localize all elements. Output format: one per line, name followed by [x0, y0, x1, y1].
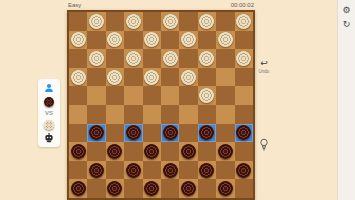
- black-piece[interactable]: [107, 181, 122, 196]
- square-r3c4[interactable]: [124, 49, 142, 68]
- square-r2c9[interactable]: [216, 31, 234, 50]
- square-r7c9[interactable]: [216, 124, 234, 143]
- square-r6c5[interactable]: [143, 105, 161, 124]
- square-r1c7[interactable]: [179, 12, 197, 31]
- game-timer: 00:00:02: [228, 2, 254, 8]
- right-toolbar: ⚙ ↻: [337, 0, 355, 200]
- white-piece[interactable]: [181, 32, 196, 47]
- square-r9c2[interactable]: [87, 161, 105, 180]
- square-r9c8[interactable]: [198, 161, 216, 180]
- square-r1c10[interactable]: [235, 12, 253, 31]
- square-r2c6[interactable]: [161, 31, 179, 50]
- square-r7c1[interactable]: [69, 124, 87, 143]
- black-piece[interactable]: [163, 125, 178, 140]
- square-r4c2[interactable]: [87, 68, 105, 87]
- vs-label: VS: [45, 110, 53, 116]
- square-r1c1[interactable]: [69, 12, 87, 31]
- square-r3c1[interactable]: [69, 49, 87, 68]
- players-panel: VS: [38, 79, 60, 147]
- square-r1c9[interactable]: [216, 12, 234, 31]
- black-piece[interactable]: [199, 163, 214, 178]
- square-r5c5[interactable]: [143, 86, 161, 105]
- square-r4c8[interactable]: [198, 68, 216, 87]
- square-r1c2[interactable]: [87, 12, 105, 31]
- checkers-app: Easy 00:00:02 VS ↩ Undo ⚙: [0, 0, 355, 200]
- square-r8c6[interactable]: [161, 142, 179, 161]
- settings-gear-icon[interactable]: ⚙: [342, 4, 350, 18]
- black-piece[interactable]: [126, 125, 141, 140]
- black-piece[interactable]: [71, 181, 86, 196]
- square-r3c10[interactable]: [235, 49, 253, 68]
- square-r10c9[interactable]: [216, 179, 234, 198]
- square-r8c3[interactable]: [106, 142, 124, 161]
- square-r6c10[interactable]: [235, 105, 253, 124]
- undo-button[interactable]: ↩ Undo: [255, 59, 273, 74]
- square-r7c2[interactable]: [87, 124, 105, 143]
- square-r10c10[interactable]: [235, 179, 253, 198]
- difficulty-label: Easy: [68, 2, 81, 8]
- white-piece[interactable]: [218, 32, 233, 47]
- computer-piece-indicator: [44, 120, 54, 130]
- square-r3c5[interactable]: [143, 49, 161, 68]
- white-piece[interactable]: [89, 14, 104, 29]
- square-r5c7[interactable]: [179, 86, 197, 105]
- square-r2c1[interactable]: [69, 31, 87, 50]
- square-r9c9[interactable]: [216, 161, 234, 180]
- square-r9c10[interactable]: [235, 161, 253, 180]
- square-r6c3[interactable]: [106, 105, 124, 124]
- human-player-icon: [44, 83, 54, 93]
- square-r4c5[interactable]: [143, 68, 161, 87]
- black-piece[interactable]: [218, 144, 233, 159]
- square-r4c9[interactable]: [216, 68, 234, 87]
- white-piece[interactable]: [199, 51, 214, 66]
- square-r1c3[interactable]: [106, 12, 124, 31]
- hint-button[interactable]: [257, 137, 271, 155]
- square-r2c3[interactable]: [106, 31, 124, 50]
- white-piece[interactable]: [236, 51, 251, 66]
- square-r3c7[interactable]: [179, 49, 197, 68]
- board: [67, 10, 255, 200]
- square-r9c6[interactable]: [161, 161, 179, 180]
- square-r4c10[interactable]: [235, 68, 253, 87]
- black-piece[interactable]: [71, 144, 86, 159]
- square-r3c8[interactable]: [198, 49, 216, 68]
- square-r2c5[interactable]: [143, 31, 161, 50]
- white-piece[interactable]: [126, 51, 141, 66]
- white-piece[interactable]: [163, 51, 178, 66]
- square-r1c5[interactable]: [143, 12, 161, 31]
- square-r4c4[interactable]: [124, 68, 142, 87]
- white-piece[interactable]: [89, 51, 104, 66]
- white-piece[interactable]: [144, 70, 159, 85]
- undo-icon: ↩: [255, 59, 273, 68]
- black-piece[interactable]: [144, 144, 159, 159]
- lightbulb-icon: [259, 138, 269, 151]
- square-r7c10[interactable]: [235, 124, 253, 143]
- square-r6c6[interactable]: [161, 105, 179, 124]
- square-r8c7[interactable]: [179, 142, 197, 161]
- square-r4c1[interactable]: [69, 68, 87, 87]
- black-piece[interactable]: [236, 163, 251, 178]
- square-r8c8[interactable]: [198, 142, 216, 161]
- square-r8c9[interactable]: [216, 142, 234, 161]
- square-r5c2[interactable]: [87, 86, 105, 105]
- square-r6c4[interactable]: [124, 105, 142, 124]
- black-piece[interactable]: [199, 125, 214, 140]
- black-piece[interactable]: [89, 163, 104, 178]
- white-piece[interactable]: [181, 70, 196, 85]
- square-r1c6[interactable]: [161, 12, 179, 31]
- square-r6c8[interactable]: [198, 105, 216, 124]
- robot-icon: [44, 133, 54, 143]
- square-r10c5[interactable]: [143, 179, 161, 198]
- black-piece[interactable]: [89, 125, 104, 140]
- white-piece[interactable]: [199, 88, 214, 103]
- black-piece[interactable]: [181, 144, 196, 159]
- square-r9c3[interactable]: [106, 161, 124, 180]
- square-r8c10[interactable]: [235, 142, 253, 161]
- square-r7c6[interactable]: [161, 124, 179, 143]
- undo-button-label: Undo: [255, 69, 273, 74]
- white-piece[interactable]: [71, 70, 86, 85]
- white-piece[interactable]: [144, 32, 159, 47]
- square-r3c2[interactable]: [87, 49, 105, 68]
- square-r7c4[interactable]: [124, 124, 142, 143]
- square-r5c1[interactable]: [69, 86, 87, 105]
- square-r2c4[interactable]: [124, 31, 142, 50]
- square-r2c8[interactable]: [198, 31, 216, 50]
- black-piece[interactable]: [144, 181, 159, 196]
- square-r1c4[interactable]: [124, 12, 142, 31]
- black-piece[interactable]: [126, 163, 141, 178]
- white-piece[interactable]: [199, 14, 214, 29]
- square-r7c3[interactable]: [106, 124, 124, 143]
- square-r9c5[interactable]: [143, 161, 161, 180]
- square-r3c9[interactable]: [216, 49, 234, 68]
- square-r5c6[interactable]: [161, 86, 179, 105]
- white-piece[interactable]: [163, 14, 178, 29]
- square-r10c7[interactable]: [179, 179, 197, 198]
- square-r2c7[interactable]: [179, 31, 197, 50]
- square-r7c5[interactable]: [143, 124, 161, 143]
- black-piece[interactable]: [181, 181, 196, 196]
- square-r7c8[interactable]: [198, 124, 216, 143]
- square-r5c10[interactable]: [235, 86, 253, 105]
- square-r3c6[interactable]: [161, 49, 179, 68]
- square-r5c8[interactable]: [198, 86, 216, 105]
- square-r8c5[interactable]: [143, 142, 161, 161]
- white-piece[interactable]: [107, 70, 122, 85]
- black-piece[interactable]: [236, 125, 251, 140]
- black-piece[interactable]: [163, 163, 178, 178]
- white-piece[interactable]: [71, 32, 86, 47]
- square-r9c4[interactable]: [124, 161, 142, 180]
- restart-icon[interactable]: ↻: [343, 18, 351, 32]
- square-r7c7[interactable]: [179, 124, 197, 143]
- square-r6c7[interactable]: [179, 105, 197, 124]
- square-r6c1[interactable]: [69, 105, 87, 124]
- human-piece-indicator: [44, 97, 54, 107]
- square-r4c3[interactable]: [106, 68, 124, 87]
- square-r6c2[interactable]: [87, 105, 105, 124]
- square-r4c6[interactable]: [161, 68, 179, 87]
- square-r10c2[interactable]: [87, 179, 105, 198]
- square-r10c1[interactable]: [69, 179, 87, 198]
- square-r8c2[interactable]: [87, 142, 105, 161]
- square-r8c4[interactable]: [124, 142, 142, 161]
- square-r10c6[interactable]: [161, 179, 179, 198]
- white-piece[interactable]: [236, 14, 251, 29]
- square-r1c8[interactable]: [198, 12, 216, 31]
- black-piece[interactable]: [218, 181, 233, 196]
- square-r8c1[interactable]: [69, 142, 87, 161]
- square-r5c3[interactable]: [106, 86, 124, 105]
- black-piece[interactable]: [107, 144, 122, 159]
- square-r5c9[interactable]: [216, 86, 234, 105]
- square-r4c7[interactable]: [179, 68, 197, 87]
- square-r2c10[interactable]: [235, 31, 253, 50]
- square-r9c7[interactable]: [179, 161, 197, 180]
- square-r6c9[interactable]: [216, 105, 234, 124]
- white-piece[interactable]: [107, 32, 122, 47]
- square-r2c2[interactable]: [87, 31, 105, 50]
- square-r10c8[interactable]: [198, 179, 216, 198]
- white-piece[interactable]: [126, 14, 141, 29]
- square-r5c4[interactable]: [124, 86, 142, 105]
- square-r10c3[interactable]: [106, 179, 124, 198]
- square-r10c4[interactable]: [124, 179, 142, 198]
- square-r9c1[interactable]: [69, 161, 87, 180]
- square-r3c3[interactable]: [106, 49, 124, 68]
